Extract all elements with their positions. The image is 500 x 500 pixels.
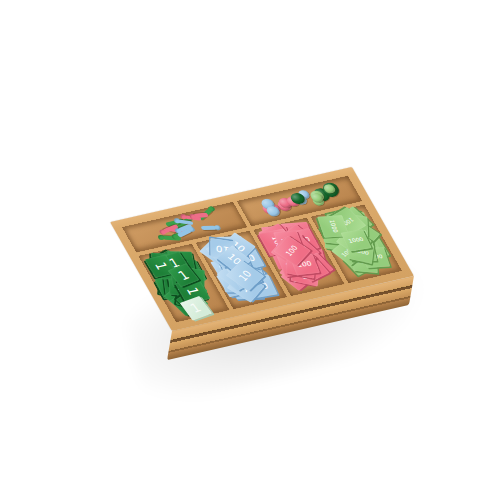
skittle-pawn[interactable] [201,226,217,230]
skittle-head [158,235,165,240]
skittle-head [207,205,216,212]
skittle-head [213,225,220,230]
photo-background: 1111111111111111111111111111111 10101010… [0,0,500,500]
skittle-pawn[interactable] [193,213,209,219]
